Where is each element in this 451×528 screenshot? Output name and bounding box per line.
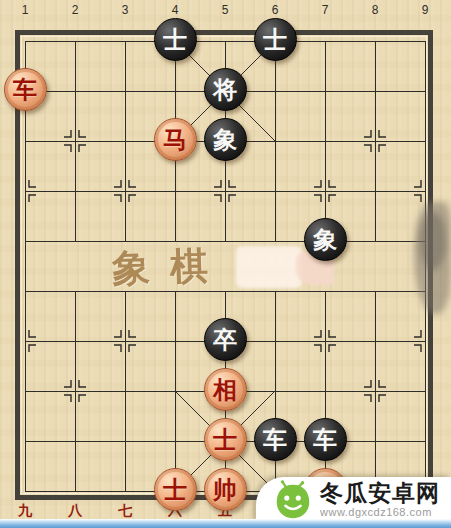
red-horse-piece[interactable]: 马 xyxy=(154,118,197,161)
red-advisor-piece[interactable]: 士 xyxy=(154,468,197,511)
red-chariot-piece[interactable]: 车 xyxy=(4,68,47,111)
black-advisor-piece[interactable]: 士 xyxy=(254,18,297,61)
ad-banner[interactable]: 冬瓜安卓网 www.dgxcdz168.com xyxy=(256,477,451,522)
black-chariot-piece[interactable]: 车 xyxy=(304,418,347,461)
black-elephant-piece[interactable]: 象 xyxy=(204,118,247,161)
bottom-blue-bar xyxy=(0,519,451,528)
black-general-piece[interactable]: 将 xyxy=(204,68,247,111)
black-soldier-piece[interactable]: 卒 xyxy=(204,318,247,361)
android-robot-icon xyxy=(272,479,314,521)
banner-url: www.dgxcdz168.com xyxy=(320,506,432,518)
red-advisor-piece[interactable]: 士 xyxy=(204,418,247,461)
pieces-grid: 士士车将马象象卒相士车车士帅相 xyxy=(0,16,450,516)
black-chariot-piece[interactable]: 车 xyxy=(254,418,297,461)
red-elephant-piece[interactable]: 相 xyxy=(204,368,247,411)
banner-site-name: 冬瓜安卓网 xyxy=(320,481,440,505)
black-advisor-piece[interactable]: 士 xyxy=(154,18,197,61)
red-general-piece[interactable]: 帅 xyxy=(204,468,247,511)
black-elephant-piece[interactable]: 象 xyxy=(304,218,347,261)
